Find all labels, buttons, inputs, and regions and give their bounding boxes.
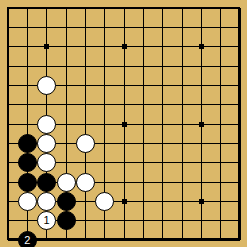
black-stone	[18, 173, 37, 192]
hoshi-point	[199, 122, 204, 127]
move-number-label: 1	[44, 215, 50, 226]
white-stone	[37, 192, 56, 211]
hoshi-point	[122, 122, 127, 127]
hoshi-point	[44, 44, 49, 49]
grid-line-vertical	[182, 8, 183, 240]
grid-line-vertical	[240, 8, 241, 240]
black-stone-move-2: 2	[18, 231, 37, 247]
white-stone	[37, 134, 56, 153]
grid-line-vertical	[220, 8, 221, 240]
white-stone	[76, 173, 95, 192]
white-stone	[76, 134, 95, 153]
hoshi-point	[122, 44, 127, 49]
white-stone	[18, 192, 37, 211]
white-stone	[37, 76, 56, 95]
move-number-label: 2	[24, 235, 30, 246]
go-board: 12	[0, 0, 247, 247]
black-stone	[57, 211, 76, 230]
grid-line-horizontal	[8, 240, 240, 241]
black-stone	[18, 153, 37, 172]
white-stone	[37, 115, 56, 134]
grid-line-vertical	[143, 8, 144, 240]
hoshi-point	[199, 44, 204, 49]
black-stone	[37, 173, 56, 192]
hoshi-point	[199, 199, 204, 204]
black-stone	[57, 192, 76, 211]
black-stone	[18, 134, 37, 153]
white-stone	[57, 173, 76, 192]
white-stone	[95, 192, 114, 211]
grid-line-vertical	[162, 8, 163, 240]
hoshi-point	[122, 199, 127, 204]
